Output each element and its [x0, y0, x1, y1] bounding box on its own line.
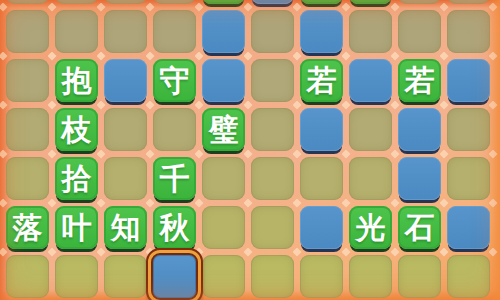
board-square — [104, 108, 147, 151]
board-square — [6, 10, 49, 53]
board-square — [104, 157, 147, 200]
highlighted-slot[interactable] — [153, 255, 196, 298]
green-tile-r5c2[interactable]: 知 — [104, 206, 147, 249]
board-square — [251, 108, 294, 151]
green-tile-r5c3[interactable]: 秋 — [153, 206, 196, 249]
tile-character: 若 — [398, 59, 441, 102]
board-square — [6, 255, 49, 298]
board-square — [398, 0, 441, 4]
board-square — [398, 10, 441, 53]
board-square — [300, 255, 343, 298]
board-square — [6, 59, 49, 102]
green-tile-partial[interactable] — [300, 0, 343, 4]
game-board: 抱守若若枝璧拾千落叶知秋光石 — [6, 0, 490, 298]
blue-slot[interactable] — [300, 10, 343, 53]
board-square — [447, 10, 490, 53]
blue-slot[interactable] — [202, 10, 245, 53]
blue-slot[interactable] — [104, 59, 147, 102]
green-tile-r2c8[interactable]: 若 — [398, 59, 441, 102]
green-tile-r5c8[interactable]: 石 — [398, 206, 441, 249]
selection-ring — [146, 248, 203, 300]
blue-slot[interactable] — [251, 0, 294, 4]
highlighted-slot-fill — [151, 253, 198, 300]
board-square — [447, 0, 490, 4]
tile-character: 抱 — [55, 59, 98, 102]
blue-slot[interactable] — [447, 59, 490, 102]
blue-slot[interactable] — [300, 206, 343, 249]
tile-character: 拾 — [55, 157, 98, 200]
board-square — [6, 0, 49, 4]
green-tile-r3c1[interactable]: 枝 — [55, 108, 98, 151]
blue-slot[interactable] — [398, 108, 441, 151]
board-square — [202, 157, 245, 200]
board-square — [104, 0, 147, 4]
blue-slot[interactable] — [349, 59, 392, 102]
board-square — [398, 255, 441, 298]
board-square — [104, 255, 147, 298]
board-square — [202, 255, 245, 298]
board-square — [6, 108, 49, 151]
green-tile-r5c7[interactable]: 光 — [349, 206, 392, 249]
board-square — [447, 255, 490, 298]
board-square — [300, 157, 343, 200]
green-tile-r2c6[interactable]: 若 — [300, 59, 343, 102]
blue-slot[interactable] — [300, 108, 343, 151]
tile-character: 枝 — [55, 108, 98, 151]
board-square — [202, 206, 245, 249]
green-tile-r3c4[interactable]: 璧 — [202, 108, 245, 151]
board-square — [251, 59, 294, 102]
board-square — [55, 10, 98, 53]
board-square — [153, 0, 196, 4]
board-square — [447, 157, 490, 200]
board-square — [6, 157, 49, 200]
tile-character: 叶 — [55, 206, 98, 249]
board-square — [349, 255, 392, 298]
board-square — [104, 10, 147, 53]
green-tile-partial[interactable] — [202, 0, 245, 4]
board-square — [251, 206, 294, 249]
tile-character: 璧 — [202, 108, 245, 151]
green-tile-r5c1[interactable]: 叶 — [55, 206, 98, 249]
board-square — [251, 157, 294, 200]
board-square — [55, 255, 98, 298]
tile-character: 若 — [300, 59, 343, 102]
green-tile-r2c3[interactable]: 守 — [153, 59, 196, 102]
board-square — [153, 108, 196, 151]
board-square — [251, 255, 294, 298]
game-screen: 抱守若若枝璧拾千落叶知秋光石 — [0, 0, 500, 300]
green-tile-partial[interactable] — [349, 0, 392, 4]
tile-character: 落 — [6, 206, 49, 249]
tile-character: 石 — [398, 206, 441, 249]
green-tile-r4c3[interactable]: 千 — [153, 157, 196, 200]
tile-character: 光 — [349, 206, 392, 249]
board-square — [349, 157, 392, 200]
board-square — [349, 108, 392, 151]
board-square — [447, 108, 490, 151]
green-tile-r2c1[interactable]: 抱 — [55, 59, 98, 102]
board-square — [349, 10, 392, 53]
tile-character: 千 — [153, 157, 196, 200]
board-square — [55, 0, 98, 4]
green-tile-r5c0[interactable]: 落 — [6, 206, 49, 249]
board-square — [251, 10, 294, 53]
tile-character: 知 — [104, 206, 147, 249]
tile-character: 守 — [153, 59, 196, 102]
green-tile-r4c1[interactable]: 拾 — [55, 157, 98, 200]
blue-slot[interactable] — [447, 206, 490, 249]
board-square — [153, 10, 196, 53]
blue-slot[interactable] — [398, 157, 441, 200]
blue-slot[interactable] — [202, 59, 245, 102]
tile-character: 秋 — [153, 206, 196, 249]
